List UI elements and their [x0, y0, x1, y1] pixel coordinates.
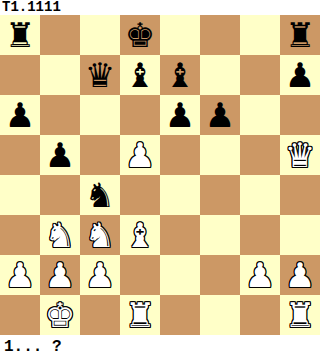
- square-d8[interactable]: ♚: [120, 15, 160, 55]
- piece-white-pawn: ♟: [5, 255, 35, 295]
- piece-black-pawn: ♟: [165, 95, 195, 135]
- piece-white-king: ♚: [45, 295, 75, 335]
- square-e7[interactable]: ♝: [160, 55, 200, 95]
- square-a6[interactable]: ♟: [0, 95, 40, 135]
- square-g7[interactable]: [240, 55, 280, 95]
- square-b7[interactable]: [40, 55, 80, 95]
- puzzle-id: T1.1111: [0, 0, 320, 15]
- chess-board: ♜♚♜♛♝♝♟♟♟♟♟♟♛♞♞♞♝♟♟♟♟♟♚♜♜: [0, 15, 320, 335]
- square-b1[interactable]: ♚: [40, 295, 80, 335]
- piece-black-knight: ♞: [85, 175, 115, 215]
- square-b8[interactable]: [40, 15, 80, 55]
- piece-white-bishop: ♝: [125, 215, 155, 255]
- square-h2[interactable]: ♟: [280, 255, 320, 295]
- piece-black-pawn: ♟: [5, 95, 35, 135]
- square-g2[interactable]: ♟: [240, 255, 280, 295]
- square-f3[interactable]: [200, 215, 240, 255]
- square-e8[interactable]: [160, 15, 200, 55]
- square-b2[interactable]: ♟: [40, 255, 80, 295]
- square-d7[interactable]: ♝: [120, 55, 160, 95]
- square-e5[interactable]: [160, 135, 200, 175]
- square-f4[interactable]: [200, 175, 240, 215]
- square-c3[interactable]: ♞: [80, 215, 120, 255]
- square-h5[interactable]: ♛: [280, 135, 320, 175]
- square-f6[interactable]: ♟: [200, 95, 240, 135]
- piece-white-queen: ♛: [285, 135, 315, 175]
- square-f1[interactable]: [200, 295, 240, 335]
- square-b3[interactable]: ♞: [40, 215, 80, 255]
- square-g3[interactable]: [240, 215, 280, 255]
- square-h4[interactable]: [280, 175, 320, 215]
- square-a5[interactable]: [0, 135, 40, 175]
- square-f7[interactable]: [200, 55, 240, 95]
- square-c7[interactable]: ♛: [80, 55, 120, 95]
- square-d2[interactable]: [120, 255, 160, 295]
- square-g8[interactable]: [240, 15, 280, 55]
- square-d1[interactable]: ♜: [120, 295, 160, 335]
- square-f8[interactable]: [200, 15, 240, 55]
- square-e4[interactable]: [160, 175, 200, 215]
- square-f5[interactable]: [200, 135, 240, 175]
- move-prompt: 1... ?: [0, 335, 320, 360]
- square-a2[interactable]: ♟: [0, 255, 40, 295]
- square-h6[interactable]: [280, 95, 320, 135]
- piece-white-rook: ♜: [285, 295, 315, 335]
- square-b6[interactable]: [40, 95, 80, 135]
- square-a8[interactable]: ♜: [0, 15, 40, 55]
- piece-white-pawn: ♟: [245, 255, 275, 295]
- square-f2[interactable]: [200, 255, 240, 295]
- piece-black-bishop: ♝: [165, 55, 195, 95]
- square-e2[interactable]: [160, 255, 200, 295]
- piece-black-pawn: ♟: [45, 135, 75, 175]
- square-h7[interactable]: ♟: [280, 55, 320, 95]
- square-g1[interactable]: [240, 295, 280, 335]
- piece-white-knight: ♞: [45, 215, 75, 255]
- square-c5[interactable]: [80, 135, 120, 175]
- piece-white-knight: ♞: [85, 215, 115, 255]
- square-a1[interactable]: [0, 295, 40, 335]
- square-b5[interactable]: ♟: [40, 135, 80, 175]
- piece-white-pawn: ♟: [125, 135, 155, 175]
- square-e6[interactable]: ♟: [160, 95, 200, 135]
- square-c1[interactable]: [80, 295, 120, 335]
- square-g6[interactable]: [240, 95, 280, 135]
- piece-black-rook: ♜: [5, 15, 35, 55]
- square-h8[interactable]: ♜: [280, 15, 320, 55]
- square-g4[interactable]: [240, 175, 280, 215]
- square-a3[interactable]: [0, 215, 40, 255]
- square-d3[interactable]: ♝: [120, 215, 160, 255]
- square-d5[interactable]: ♟: [120, 135, 160, 175]
- square-h3[interactable]: [280, 215, 320, 255]
- square-d6[interactable]: [120, 95, 160, 135]
- square-h1[interactable]: ♜: [280, 295, 320, 335]
- square-c4[interactable]: ♞: [80, 175, 120, 215]
- square-e3[interactable]: [160, 215, 200, 255]
- square-g5[interactable]: [240, 135, 280, 175]
- square-a4[interactable]: [0, 175, 40, 215]
- square-c8[interactable]: [80, 15, 120, 55]
- piece-white-pawn: ♟: [45, 255, 75, 295]
- square-a7[interactable]: [0, 55, 40, 95]
- piece-black-bishop: ♝: [125, 55, 155, 95]
- piece-black-queen: ♛: [85, 55, 115, 95]
- piece-black-pawn: ♟: [285, 55, 315, 95]
- piece-black-king: ♚: [125, 15, 155, 55]
- square-c6[interactable]: [80, 95, 120, 135]
- square-c2[interactable]: ♟: [80, 255, 120, 295]
- piece-black-pawn: ♟: [205, 95, 235, 135]
- piece-black-rook: ♜: [285, 15, 315, 55]
- square-b4[interactable]: [40, 175, 80, 215]
- piece-white-pawn: ♟: [85, 255, 115, 295]
- square-d4[interactable]: [120, 175, 160, 215]
- piece-white-pawn: ♟: [285, 255, 315, 295]
- square-e1[interactable]: [160, 295, 200, 335]
- piece-white-rook: ♜: [125, 295, 155, 335]
